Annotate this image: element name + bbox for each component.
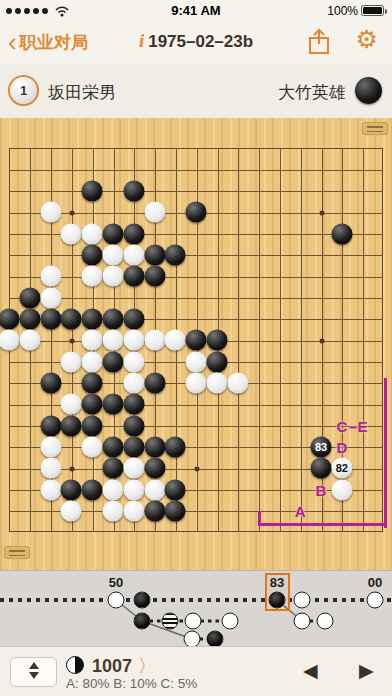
stone-black bbox=[123, 436, 144, 457]
stone-black bbox=[123, 308, 144, 329]
stone-black bbox=[331, 223, 352, 244]
stone-black bbox=[82, 394, 103, 415]
board-letter-label-C[interactable]: C bbox=[336, 417, 347, 434]
tree-node-white[interactable] bbox=[367, 592, 384, 609]
page-title[interactable]: i1975–02–23b bbox=[0, 30, 392, 52]
stone-white bbox=[103, 500, 124, 521]
previous-move-arrow-button[interactable]: ◀ bbox=[303, 659, 318, 682]
nav-bar: ‹职业对局 i1975–02–23b ⚙ bbox=[0, 20, 392, 64]
share-icon[interactable] bbox=[306, 28, 332, 56]
tree-node-white[interactable] bbox=[317, 613, 334, 630]
battery-icon bbox=[361, 5, 384, 16]
player-bar: 1 坂田栄男 大竹英雄 bbox=[0, 64, 392, 118]
tree-node-black[interactable] bbox=[269, 592, 286, 609]
move-prediction-stats: A: 80% B: 10% C: 5% bbox=[66, 676, 197, 691]
stone-black bbox=[61, 479, 82, 500]
tree-node-white[interactable] bbox=[185, 613, 202, 630]
stone-black bbox=[103, 223, 124, 244]
board-letter-label-D[interactable]: D bbox=[336, 438, 347, 455]
stone-white bbox=[82, 351, 103, 372]
stone-white bbox=[40, 458, 61, 479]
next-move-arrow-button[interactable]: ▶ bbox=[359, 659, 374, 682]
stone-white bbox=[186, 351, 207, 372]
move-number-label: 82 bbox=[331, 458, 352, 479]
stone-black bbox=[40, 308, 61, 329]
grid-line-v bbox=[301, 149, 302, 531]
star-point bbox=[320, 339, 325, 344]
tree-node-white[interactable] bbox=[184, 631, 201, 647]
stone-black bbox=[19, 308, 40, 329]
stone-black: 83 bbox=[311, 436, 332, 457]
tree-node-white[interactable] bbox=[294, 613, 311, 630]
bottom-toolbar: 1007〉 A: 80% B: 10% C: 5% ◀ ▶ bbox=[0, 646, 392, 696]
zone-rect-bottom-edge bbox=[258, 523, 387, 526]
stone-white bbox=[144, 330, 165, 351]
gear-icon[interactable]: ⚙ bbox=[356, 25, 378, 54]
tree-node-white[interactable] bbox=[108, 592, 125, 609]
stone-black bbox=[207, 351, 228, 372]
stone-white bbox=[82, 330, 103, 351]
game-tree-bar[interactable]: 508300 bbox=[0, 570, 392, 646]
stone-black bbox=[144, 500, 165, 521]
grid-line-v bbox=[363, 149, 364, 531]
board-handle-top-right[interactable] bbox=[362, 122, 388, 135]
stone-white bbox=[123, 458, 144, 479]
zone-rect-right-edge bbox=[384, 378, 387, 528]
stone-white bbox=[40, 479, 61, 500]
stone-white bbox=[40, 436, 61, 457]
stone-black bbox=[103, 351, 124, 372]
stone-white bbox=[186, 372, 207, 393]
stone-white bbox=[61, 500, 82, 521]
info-icon[interactable]: i bbox=[139, 30, 144, 51]
stone-black bbox=[19, 287, 40, 308]
stone-white bbox=[82, 266, 103, 287]
star-point bbox=[320, 211, 325, 216]
white-player-name: 坂田栄男 bbox=[48, 81, 116, 104]
tree-node-white[interactable] bbox=[222, 613, 239, 630]
stone-black bbox=[40, 372, 61, 393]
stone-black bbox=[144, 244, 165, 265]
stone-white bbox=[82, 223, 103, 244]
stone-black bbox=[103, 458, 124, 479]
stone-black bbox=[82, 372, 103, 393]
stone-black bbox=[40, 415, 61, 436]
black-player-stone-badge[interactable] bbox=[355, 77, 382, 104]
stone-white bbox=[61, 394, 82, 415]
board-letter-label-E[interactable]: E bbox=[358, 417, 368, 434]
star-point bbox=[195, 467, 200, 472]
stone-black bbox=[103, 308, 124, 329]
move-stepper-button[interactable] bbox=[10, 657, 57, 687]
stone-black bbox=[144, 266, 165, 287]
stone-white: 82 bbox=[331, 458, 352, 479]
stone-black bbox=[144, 436, 165, 457]
board-letter-label-A[interactable]: A bbox=[295, 502, 306, 519]
stone-white bbox=[40, 202, 61, 223]
stone-white bbox=[123, 351, 144, 372]
stone-white bbox=[207, 372, 228, 393]
stone-black bbox=[165, 500, 186, 521]
tree-move-label-50: 50 bbox=[109, 575, 123, 590]
status-bar: 9:41 AM 100% bbox=[0, 0, 392, 20]
tree-node-black[interactable] bbox=[207, 631, 224, 647]
tree-node-white[interactable] bbox=[294, 592, 311, 609]
tree-node-black[interactable] bbox=[134, 592, 151, 609]
move-number-label: 83 bbox=[311, 436, 332, 457]
stone-black bbox=[165, 436, 186, 457]
stone-black bbox=[82, 180, 103, 201]
star-point bbox=[70, 467, 75, 472]
go-board[interactable]: 8382ABC–ED bbox=[0, 118, 392, 570]
stone-white bbox=[61, 351, 82, 372]
grid-line-v bbox=[259, 149, 260, 531]
stone-white bbox=[103, 479, 124, 500]
stone-black bbox=[123, 415, 144, 436]
stone-black bbox=[186, 330, 207, 351]
stone-black bbox=[103, 436, 124, 457]
tree-move-label-00: 00 bbox=[368, 575, 382, 590]
winrate-halfmoon-icon bbox=[66, 656, 84, 674]
white-player-stone-badge[interactable]: 1 bbox=[10, 77, 37, 104]
stone-white bbox=[40, 266, 61, 287]
stone-white bbox=[123, 479, 144, 500]
stone-black bbox=[61, 415, 82, 436]
stone-black bbox=[82, 308, 103, 329]
board-letter-label-B[interactable]: B bbox=[316, 481, 327, 498]
stone-black bbox=[82, 479, 103, 500]
stone-white bbox=[103, 244, 124, 265]
stone-black bbox=[82, 244, 103, 265]
stone-white bbox=[144, 202, 165, 223]
battery-percent: 100% bbox=[327, 4, 358, 18]
stone-black bbox=[123, 266, 144, 287]
stone-white bbox=[144, 479, 165, 500]
stepper-down-icon bbox=[29, 672, 39, 679]
disclosure-chevron-icon: 〉 bbox=[138, 656, 156, 676]
board-letter-label-–[interactable]: – bbox=[349, 417, 357, 434]
stone-black bbox=[61, 308, 82, 329]
game-count-button[interactable]: 1007〉 bbox=[92, 654, 156, 678]
stone-white bbox=[19, 330, 40, 351]
tree-node-black[interactable] bbox=[134, 613, 151, 630]
stone-black bbox=[144, 458, 165, 479]
stone-black bbox=[144, 372, 165, 393]
app-window: 9:41 AM 100% ‹职业对局 i1975–02–23b ⚙ 1 坂田栄男… bbox=[0, 0, 392, 696]
stone-white bbox=[165, 330, 186, 351]
black-player-name: 大竹英雄 bbox=[278, 81, 346, 104]
stone-white bbox=[103, 266, 124, 287]
stone-black bbox=[186, 202, 207, 223]
star-point bbox=[70, 211, 75, 216]
stone-black bbox=[123, 180, 144, 201]
zone-rect-left-tick bbox=[258, 511, 261, 525]
tree-move-label-83: 83 bbox=[270, 575, 284, 590]
stone-white bbox=[123, 500, 144, 521]
grid-line-v bbox=[238, 149, 239, 531]
board-handle-bottom-left[interactable] bbox=[4, 546, 30, 559]
grid-line-v bbox=[280, 149, 281, 531]
stone-white bbox=[123, 330, 144, 351]
stone-black bbox=[311, 458, 332, 479]
stone-white bbox=[82, 436, 103, 457]
stone-white bbox=[227, 372, 248, 393]
stepper-up-icon bbox=[29, 662, 39, 669]
stone-black bbox=[82, 415, 103, 436]
stone-white bbox=[331, 479, 352, 500]
stone-white bbox=[123, 244, 144, 265]
stone-black bbox=[123, 394, 144, 415]
stone-black bbox=[103, 394, 124, 415]
stone-white bbox=[40, 287, 61, 308]
tree-node-annotated[interactable] bbox=[162, 613, 179, 630]
stone-white bbox=[103, 330, 124, 351]
stone-black bbox=[123, 223, 144, 244]
stone-white bbox=[123, 372, 144, 393]
stone-black bbox=[207, 330, 228, 351]
stone-white bbox=[61, 223, 82, 244]
stone-black bbox=[165, 479, 186, 500]
star-point bbox=[70, 339, 75, 344]
stone-black bbox=[165, 244, 186, 265]
